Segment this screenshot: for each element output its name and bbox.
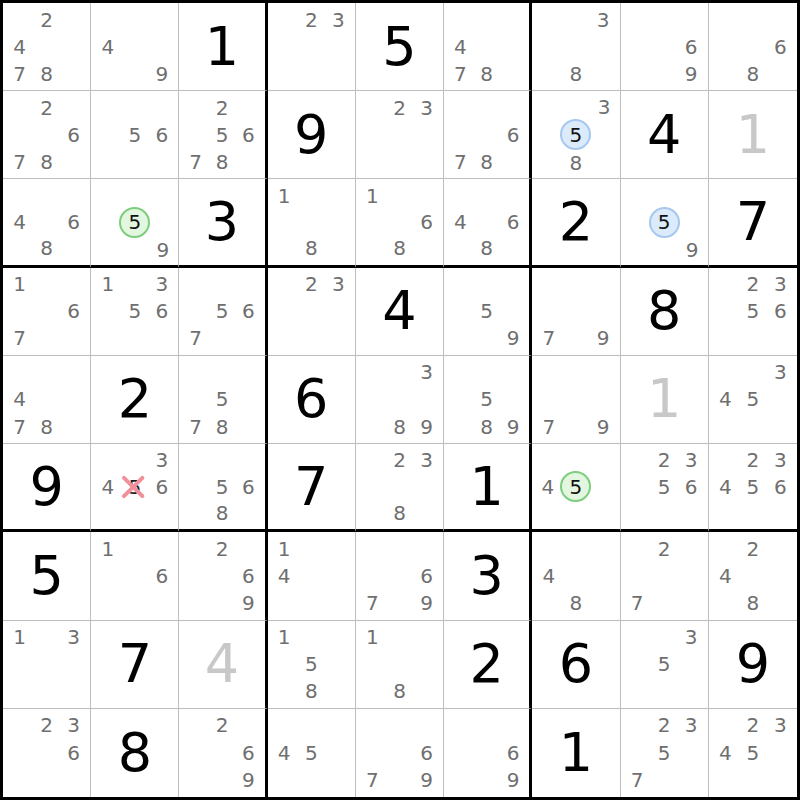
- candidate-grid: 269: [179, 532, 264, 619]
- cell-r7c3[interactable]: 269: [179, 532, 267, 620]
- cell-r8c9[interactable]: 9: [709, 621, 797, 709]
- candidate-slot-2: [386, 624, 413, 651]
- cell-r8c5[interactable]: 18: [356, 621, 444, 709]
- cell-r2c3[interactable]: 25678: [179, 91, 267, 179]
- candidate-grid: 56: [91, 91, 178, 178]
- cell-r2c4[interactable]: 9: [268, 91, 356, 179]
- candidate-digit: 9: [420, 770, 433, 790]
- cell-r1c1[interactable]: 2478: [3, 3, 91, 91]
- cell-r2c8[interactable]: 4: [621, 91, 709, 179]
- candidate-digit: 7: [631, 593, 644, 613]
- candidate-slot-2: [33, 182, 60, 208]
- cell-r5c5[interactable]: 389: [356, 356, 444, 444]
- candidate-slot-5: [33, 33, 60, 60]
- candidate-slot-7: [6, 235, 33, 261]
- cell-r5c9[interactable]: 345: [709, 356, 797, 444]
- candidate-slot-4: 4: [271, 739, 298, 766]
- candidate-slot-1: [94, 94, 121, 121]
- candidate-slot-3: [413, 535, 440, 562]
- candidate-digit: 7: [13, 328, 26, 348]
- candidate-slot-8: [121, 589, 148, 616]
- cell-r4c8[interactable]: 8: [621, 268, 709, 356]
- candidate-slot-2: [474, 182, 500, 208]
- candidate-slot-5: 5: [560, 471, 591, 502]
- candidate-slot-2: [651, 6, 678, 33]
- candidate-digit: 7: [13, 417, 26, 437]
- candidate-grid: 69: [444, 709, 529, 797]
- candidate-slot-3: 3: [589, 6, 616, 33]
- cell-r3c4[interactable]: 18: [268, 179, 356, 267]
- cell-r3c8[interactable]: 59: [621, 179, 709, 267]
- candidate-slot-5: [33, 386, 60, 413]
- candidate-slot-3: [680, 182, 705, 206]
- candidate-grid: 2357: [621, 709, 708, 797]
- candidate-slot-9: [678, 589, 705, 616]
- candidate-slot-7: [182, 767, 208, 794]
- candidate-grid: 18: [356, 621, 443, 708]
- candidate-digit: 6: [242, 301, 255, 321]
- candidate-slot-1: [712, 359, 739, 386]
- candidate-slot-9: [235, 148, 261, 175]
- candidate-digit: 1: [278, 627, 291, 647]
- cell-r2c7[interactable]: 358: [532, 91, 620, 179]
- candidate-slot-2: 2: [33, 712, 60, 739]
- candidate-slot-1: [712, 712, 739, 739]
- cell-r9c5[interactable]: 679: [356, 709, 444, 797]
- candidate-slot-7: [6, 767, 33, 794]
- given-digit: 7: [118, 637, 152, 691]
- candidate-digit: 9: [242, 770, 255, 790]
- cell-r1c8[interactable]: 69: [621, 3, 709, 91]
- candidate-digit: 9: [507, 328, 520, 348]
- candidate-digit: 5: [747, 389, 760, 409]
- candidate-digit: 2: [216, 539, 229, 559]
- candidate-grid: 23: [356, 91, 443, 178]
- candidate-slot-3: 3: [413, 359, 440, 386]
- candidate-slot-2: [386, 359, 413, 386]
- candidate-slot-9: 9: [413, 767, 440, 794]
- candidate-slot-3: [60, 94, 87, 121]
- candidate-digit: 4: [454, 212, 467, 232]
- cell-r5c6[interactable]: 589: [444, 356, 532, 444]
- cell-r3c9[interactable]: 7: [709, 179, 797, 267]
- candidate-slot-8: [33, 767, 60, 794]
- candidate-slot-9: 9: [500, 325, 526, 352]
- candidate-slot-7: 7: [6, 413, 33, 440]
- candidate-slot-1: [359, 359, 386, 386]
- cell-r4c9[interactable]: 2356: [709, 268, 797, 356]
- candidate-digit: 4: [13, 37, 26, 57]
- candidate-slot-8: [651, 767, 678, 794]
- candidate-slot-1: [624, 535, 651, 562]
- cell-r5c1[interactable]: 478: [3, 356, 91, 444]
- candidate-digit: 6: [774, 301, 787, 321]
- candidate-slot-5: [33, 739, 60, 766]
- cell-r1c6[interactable]: 478: [444, 3, 532, 91]
- cell-r1c7[interactable]: 38: [532, 3, 620, 91]
- cell-r2c9[interactable]: 1: [709, 91, 797, 179]
- candidate-slot-3: 3: [60, 712, 87, 739]
- candidate-slot-4: [535, 119, 560, 150]
- candidate-slot-5: 5: [739, 298, 766, 325]
- candidate-slot-8: [651, 60, 678, 87]
- candidate-slot-3: [325, 182, 352, 208]
- cell-r2c5[interactable]: 23: [356, 91, 444, 179]
- candidate-slot-5: [121, 562, 148, 589]
- candidate-grid: 2478: [3, 3, 90, 90]
- candidate-grid: 35: [621, 621, 708, 708]
- candidate-digit: 6: [420, 212, 433, 232]
- cell-r4c1[interactable]: 167: [3, 268, 91, 356]
- candidate-grid: 13: [3, 621, 90, 708]
- cell-r3c6[interactable]: 468: [444, 179, 532, 267]
- candidate-grid: 167: [3, 268, 90, 355]
- candidate-slot-4: 4: [712, 562, 739, 589]
- candidate-slot-7: [535, 150, 560, 175]
- candidate-slot-3: [767, 535, 794, 562]
- cell-r2c2[interactable]: 56: [91, 91, 179, 179]
- cell-r1c3[interactable]: 1: [179, 3, 267, 91]
- candidate-slot-6: [60, 651, 87, 678]
- digit-layer: 7: [91, 621, 178, 708]
- candidate-digit: 5: [480, 389, 493, 409]
- candidate-slot-4: 4: [94, 33, 121, 60]
- candidate-slot-6: [678, 562, 705, 589]
- candidate-slot-2: 2: [739, 535, 766, 562]
- cell-r3c5[interactable]: 168: [356, 179, 444, 267]
- candidate-digit: 6: [774, 477, 787, 497]
- candidate-slot-3: [500, 94, 526, 121]
- candidate-slot-6: 6: [500, 739, 526, 766]
- cell-r6c4[interactable]: 7: [268, 444, 356, 532]
- candidate-digit: 4: [719, 477, 732, 497]
- candidate-slot-4: 4: [535, 562, 562, 589]
- candidate-slot-4: [94, 207, 119, 238]
- candidate-slot-2: 2: [298, 271, 325, 298]
- candidate-grid: 679: [356, 709, 443, 797]
- candidate-slot-2: 2: [739, 712, 766, 739]
- cell-r8c3[interactable]: 4: [179, 621, 267, 709]
- placed-digit: 1: [647, 372, 681, 426]
- candidate-slot-9: [60, 60, 87, 87]
- candidate-slot-5: [739, 33, 766, 60]
- cell-r3c7[interactable]: 2: [532, 179, 620, 267]
- candidate-slot-9: [413, 678, 440, 705]
- cell-r2c1[interactable]: 2678: [3, 91, 91, 179]
- candidate-slot-5: 5: [119, 207, 150, 238]
- candidate-slot-4: [624, 562, 651, 589]
- cell-r8c2[interactable]: 7: [91, 621, 179, 709]
- cell-r7c4[interactable]: 14: [268, 532, 356, 620]
- cell-r6c1[interactable]: 9: [3, 444, 91, 532]
- cell-r2c6[interactable]: 678: [444, 91, 532, 179]
- candidate-slot-2: [121, 447, 148, 473]
- candidate-slot-1: [624, 447, 651, 473]
- cell-r7c6[interactable]: 3: [444, 532, 532, 620]
- candidate-slot-6: [767, 562, 794, 589]
- candidate-slot-8: [298, 60, 325, 87]
- candidate-digit: 9: [686, 240, 699, 260]
- cell-r5c2[interactable]: 2: [91, 356, 179, 444]
- cell-r8c6[interactable]: 2: [444, 621, 532, 709]
- candidate-slot-5: [474, 33, 500, 60]
- candidate-digit: 5: [128, 301, 141, 321]
- cell-r3c2[interactable]: 59: [91, 179, 179, 267]
- candidate-digit: 4: [101, 477, 114, 497]
- candidate-slot-5: [121, 33, 148, 60]
- cell-r4c4[interactable]: 23: [268, 268, 356, 356]
- candidate-slot-1: [535, 535, 562, 562]
- candidate-grid: 478: [3, 356, 90, 443]
- candidate-slot-8: [209, 767, 235, 794]
- green-circled-candidate: 5: [560, 471, 591, 502]
- candidate-slot-5: [739, 562, 766, 589]
- cell-r4c5[interactable]: 4: [356, 268, 444, 356]
- candidate-slot-7: [535, 60, 562, 87]
- candidate-slot-4: [447, 298, 473, 325]
- cell-r9c4[interactable]: 45: [268, 709, 356, 797]
- candidate-slot-5: [386, 474, 413, 500]
- cell-r7c2[interactable]: 16: [91, 532, 179, 620]
- cell-r4c6[interactable]: 59: [444, 268, 532, 356]
- candidate-slot-2: [739, 6, 766, 33]
- candidate-digit: 4: [719, 566, 732, 586]
- candidate-slot-1: [182, 271, 208, 298]
- candidate-slot-7: [182, 589, 208, 616]
- candidate-slot-6: 6: [767, 33, 794, 60]
- cell-r5c4[interactable]: 6: [268, 356, 356, 444]
- candidate-slot-9: [148, 148, 175, 175]
- candidate-slot-7: [271, 678, 298, 705]
- candidate-digit: 7: [366, 770, 379, 790]
- candidate-slot-2: 2: [386, 94, 413, 121]
- candidate-slot-2: [33, 624, 60, 651]
- candidate-grid: 238: [356, 444, 443, 529]
- candidate-grid: 248: [709, 532, 797, 619]
- candidate-slot-3: [148, 535, 175, 562]
- candidate-grid: 49: [91, 3, 178, 90]
- candidate-slot-5: 5: [298, 651, 325, 678]
- candidate-digit: 8: [480, 238, 493, 258]
- candidate-slot-5: [386, 562, 413, 589]
- given-digit: 6: [294, 372, 328, 426]
- candidate-slot-9: 9: [589, 413, 616, 440]
- digit-layer: 4: [179, 621, 264, 708]
- candidate-slot-3: 3: [413, 447, 440, 473]
- cell-r7c9[interactable]: 248: [709, 532, 797, 620]
- digit-layer: 4: [621, 91, 708, 178]
- cell-r7c7[interactable]: 48: [532, 532, 620, 620]
- candidate-digit: 3: [420, 362, 433, 382]
- cell-r8c8[interactable]: 35: [621, 621, 709, 709]
- cell-r6c5[interactable]: 238: [356, 444, 444, 532]
- candidate-slot-8: 8: [298, 678, 325, 705]
- candidate-slot-1: [6, 359, 33, 386]
- candidate-grid: 168: [356, 179, 443, 264]
- candidate-slot-5: 5: [121, 298, 148, 325]
- cell-r9c6[interactable]: 69: [444, 709, 532, 797]
- candidate-slot-7: [359, 678, 386, 705]
- candidate-grid: 679: [356, 532, 443, 619]
- cell-r7c1[interactable]: 5: [3, 532, 91, 620]
- cell-r4c3[interactable]: 567: [179, 268, 267, 356]
- candidate-slot-2: 2: [209, 94, 235, 121]
- candidate-slot-8: [386, 148, 413, 175]
- cell-r1c4[interactable]: 23: [268, 3, 356, 91]
- cell-r6c2[interactable]: 3456: [91, 444, 179, 532]
- cell-r1c5[interactable]: 5: [356, 3, 444, 91]
- candidate-slot-3: [235, 712, 261, 739]
- candidate-slot-6: 6: [148, 121, 175, 148]
- candidate-slot-5: [562, 298, 589, 325]
- given-digit: 4: [382, 284, 416, 338]
- candidate-slot-1: [535, 447, 560, 471]
- candidate-slot-8: 8: [386, 413, 413, 440]
- candidate-slot-9: [500, 148, 526, 175]
- candidate-slot-5: 5: [739, 739, 766, 766]
- candidate-slot-2: [209, 359, 235, 386]
- candidate-digit: 8: [393, 238, 406, 258]
- candidate-slot-2: [386, 182, 413, 208]
- candidate-slot-2: [560, 94, 591, 119]
- candidate-slot-6: [589, 298, 616, 325]
- cell-r6c9[interactable]: 23456: [709, 444, 797, 532]
- cell-r6c7[interactable]: 45: [532, 444, 620, 532]
- cell-r1c9[interactable]: 68: [709, 3, 797, 91]
- candidate-digit: 7: [454, 152, 467, 172]
- candidate-slot-3: 3: [678, 712, 705, 739]
- candidate-digit: 3: [156, 274, 169, 294]
- candidate-slot-5: [386, 209, 413, 235]
- given-digit: 7: [294, 460, 328, 514]
- candidate-digit: 7: [189, 152, 202, 172]
- candidate-slot-1: [6, 6, 33, 33]
- cell-r8c4[interactable]: 158: [268, 621, 356, 709]
- candidate-slot-1: [6, 182, 33, 208]
- candidate-slot-9: [325, 767, 352, 794]
- candidate-slot-9: 9: [500, 767, 526, 794]
- candidate-digit: 7: [13, 152, 26, 172]
- candidate-slot-8: [739, 413, 766, 440]
- cell-r5c8[interactable]: 1: [621, 356, 709, 444]
- cell-r9c9[interactable]: 2345: [709, 709, 797, 797]
- candidate-slot-9: [767, 413, 794, 440]
- candidate-slot-8: [386, 589, 413, 616]
- candidate-slot-2: [298, 535, 325, 562]
- cell-r4c2[interactable]: 1356: [91, 268, 179, 356]
- cell-r7c5[interactable]: 679: [356, 532, 444, 620]
- candidate-slot-7: [271, 589, 298, 616]
- cell-r8c7[interactable]: 6: [532, 621, 620, 709]
- candidate-slot-2: 2: [651, 447, 678, 473]
- candidate-slot-2: [121, 94, 148, 121]
- candidate-slot-4: [6, 121, 33, 148]
- candidate-slot-6: 6: [235, 298, 261, 325]
- cell-r9c7[interactable]: 1: [532, 709, 620, 797]
- cell-r9c3[interactable]: 269: [179, 709, 267, 797]
- candidate-digit: 3: [597, 10, 610, 30]
- candidate-slot-7: [94, 325, 121, 352]
- candidate-slot-1: [94, 447, 121, 473]
- digit-layer: 5: [356, 3, 443, 90]
- candidate-slot-6: 6: [500, 121, 526, 148]
- digit-layer: 1: [709, 91, 797, 178]
- candidate-slot-3: 3: [767, 712, 794, 739]
- cell-r3c3[interactable]: 3: [179, 179, 267, 267]
- candidate-slot-2: [651, 624, 678, 651]
- candidate-slot-3: [235, 535, 261, 562]
- cell-r9c2[interactable]: 8: [91, 709, 179, 797]
- candidate-digit: 5: [305, 743, 318, 763]
- candidate-slot-4: [624, 207, 649, 238]
- candidate-slot-6: 6: [60, 298, 87, 325]
- candidate-slot-2: [562, 359, 589, 386]
- cell-r7c8[interactable]: 27: [621, 532, 709, 620]
- candidate-slot-7: 7: [182, 325, 208, 352]
- given-digit: 9: [736, 637, 770, 691]
- candidate-grid: 345: [709, 356, 797, 443]
- candidate-digit: 8: [480, 64, 493, 84]
- candidate-digit: 5: [305, 654, 318, 674]
- candidate-digit: 1: [366, 627, 379, 647]
- candidate-slot-8: 8: [33, 148, 60, 175]
- cell-r3c1[interactable]: 468: [3, 179, 91, 267]
- candidate-slot-9: [413, 148, 440, 175]
- candidate-slot-4: [712, 298, 739, 325]
- candidate-slot-6: 6: [148, 562, 175, 589]
- candidate-digit: 9: [685, 64, 698, 84]
- candidate-digit: 7: [366, 593, 379, 613]
- cell-r6c6[interactable]: 1: [444, 444, 532, 532]
- candidate-slot-6: [413, 474, 440, 500]
- candidate-slot-3: 3: [678, 624, 705, 651]
- candidate-slot-8: [651, 500, 678, 526]
- cell-r6c3[interactable]: 568: [179, 444, 267, 532]
- candidate-slot-2: 2: [298, 6, 325, 33]
- cell-r4c7[interactable]: 79: [532, 268, 620, 356]
- candidate-slot-9: 9: [148, 60, 175, 87]
- candidate-digit: 7: [542, 328, 555, 348]
- candidate-slot-6: 6: [60, 739, 87, 766]
- digit-layer: 9: [709, 621, 797, 708]
- candidate-digit: 2: [747, 450, 760, 470]
- candidate-slot-7: [624, 238, 649, 262]
- candidate-slot-1: [6, 94, 33, 121]
- candidate-slot-4: 4: [271, 562, 298, 589]
- given-digit: 7: [736, 195, 770, 249]
- cell-r6c8[interactable]: 2356: [621, 444, 709, 532]
- cell-r9c1[interactable]: 236: [3, 709, 91, 797]
- candidate-grid: 2356: [709, 268, 797, 355]
- candidate-grid: 389: [356, 356, 443, 443]
- cell-r1c2[interactable]: 49: [91, 3, 179, 91]
- cell-r5c3[interactable]: 578: [179, 356, 267, 444]
- cell-r8c1[interactable]: 13: [3, 621, 91, 709]
- candidate-digit: 4: [542, 566, 555, 586]
- cell-r5c7[interactable]: 79: [532, 356, 620, 444]
- candidate-slot-5: [298, 209, 325, 235]
- candidate-grid: 468: [444, 179, 529, 264]
- candidate-slot-6: 6: [235, 474, 261, 500]
- candidate-slot-4: [271, 209, 298, 235]
- candidate-slot-1: [624, 712, 651, 739]
- candidate-slot-3: [235, 447, 261, 473]
- candidate-slot-7: [94, 589, 121, 616]
- candidate-slot-8: 8: [562, 589, 589, 616]
- candidate-slot-7: [535, 502, 560, 526]
- cell-r9c8[interactable]: 2357: [621, 709, 709, 797]
- candidate-slot-7: [535, 589, 562, 616]
